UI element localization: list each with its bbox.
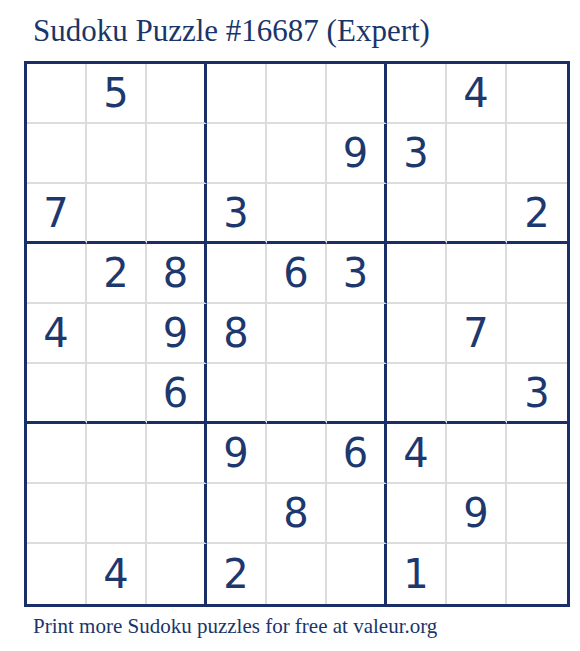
cell-r4c4 xyxy=(207,244,267,304)
cell-r4c6: 3 xyxy=(327,244,387,304)
cell-r2c3 xyxy=(147,124,207,184)
page-title: Sudoku Puzzle #16687 (Expert) xyxy=(33,12,430,50)
cell-r8c8: 9 xyxy=(447,484,507,544)
cell-r1c3 xyxy=(147,64,207,124)
cell-r5c9 xyxy=(507,304,567,364)
cell-r8c3 xyxy=(147,484,207,544)
cell-r7c5 xyxy=(267,424,327,484)
cell-r1c2: 5 xyxy=(87,64,147,124)
cell-r1c8: 4 xyxy=(447,64,507,124)
cell-r9c9 xyxy=(507,544,567,604)
cell-r2c7: 3 xyxy=(387,124,447,184)
cell-r8c6 xyxy=(327,484,387,544)
cell-r1c7 xyxy=(387,64,447,124)
cell-r4c3: 8 xyxy=(147,244,207,304)
cell-r8c2 xyxy=(87,484,147,544)
cell-r1c4 xyxy=(207,64,267,124)
cell-r7c8 xyxy=(447,424,507,484)
cell-r5c5 xyxy=(267,304,327,364)
cell-r5c3: 9 xyxy=(147,304,207,364)
cell-r7c9 xyxy=(507,424,567,484)
cell-r4c8 xyxy=(447,244,507,304)
cell-r8c9 xyxy=(507,484,567,544)
cell-r1c9 xyxy=(507,64,567,124)
cell-r3c7 xyxy=(387,184,447,244)
cell-r9c5 xyxy=(267,544,327,604)
cell-r5c2 xyxy=(87,304,147,364)
cell-r6c7 xyxy=(387,364,447,424)
cell-r1c1 xyxy=(27,64,87,124)
cell-r4c1 xyxy=(27,244,87,304)
cell-r6c3: 6 xyxy=(147,364,207,424)
cell-r5c1: 4 xyxy=(27,304,87,364)
cell-r8c7 xyxy=(387,484,447,544)
cell-r9c6 xyxy=(327,544,387,604)
cell-r7c4: 9 xyxy=(207,424,267,484)
footer-text: Print more Sudoku puzzles for free at va… xyxy=(33,613,437,639)
cell-r9c8 xyxy=(447,544,507,604)
cell-r6c6 xyxy=(327,364,387,424)
cell-r2c5 xyxy=(267,124,327,184)
cell-r7c2 xyxy=(87,424,147,484)
cell-r3c9: 2 xyxy=(507,184,567,244)
cell-r6c5 xyxy=(267,364,327,424)
cell-r2c6: 9 xyxy=(327,124,387,184)
cell-r9c4: 2 xyxy=(207,544,267,604)
cell-r8c5: 8 xyxy=(267,484,327,544)
cell-r7c3 xyxy=(147,424,207,484)
cell-r6c9: 3 xyxy=(507,364,567,424)
cell-r5c8: 7 xyxy=(447,304,507,364)
cell-r9c1 xyxy=(27,544,87,604)
cell-r3c1: 7 xyxy=(27,184,87,244)
cell-r9c7: 1 xyxy=(387,544,447,604)
cell-r5c7 xyxy=(387,304,447,364)
cell-r9c2: 4 xyxy=(87,544,147,604)
cell-r6c2 xyxy=(87,364,147,424)
cell-r6c8 xyxy=(447,364,507,424)
sudoku-board: 5493732286349876396489421 xyxy=(24,61,570,607)
cell-r6c4 xyxy=(207,364,267,424)
cell-r3c3 xyxy=(147,184,207,244)
cell-r3c8 xyxy=(447,184,507,244)
cell-r3c4: 3 xyxy=(207,184,267,244)
cell-r3c6 xyxy=(327,184,387,244)
cell-r6c1 xyxy=(27,364,87,424)
cell-r7c6: 6 xyxy=(327,424,387,484)
cell-r7c1 xyxy=(27,424,87,484)
cell-r1c5 xyxy=(267,64,327,124)
cell-r4c5: 6 xyxy=(267,244,327,304)
cell-r7c7: 4 xyxy=(387,424,447,484)
cell-r5c6 xyxy=(327,304,387,364)
cell-r4c2: 2 xyxy=(87,244,147,304)
cell-r5c4: 8 xyxy=(207,304,267,364)
cell-r8c1 xyxy=(27,484,87,544)
cell-r4c9 xyxy=(507,244,567,304)
cell-r2c1 xyxy=(27,124,87,184)
cell-r4c7 xyxy=(387,244,447,304)
cell-r9c3 xyxy=(147,544,207,604)
cell-r8c4 xyxy=(207,484,267,544)
cell-r1c6 xyxy=(327,64,387,124)
cell-r3c5 xyxy=(267,184,327,244)
cell-r2c4 xyxy=(207,124,267,184)
cell-r2c8 xyxy=(447,124,507,184)
cell-r2c2 xyxy=(87,124,147,184)
cell-r2c9 xyxy=(507,124,567,184)
cell-r3c2 xyxy=(87,184,147,244)
